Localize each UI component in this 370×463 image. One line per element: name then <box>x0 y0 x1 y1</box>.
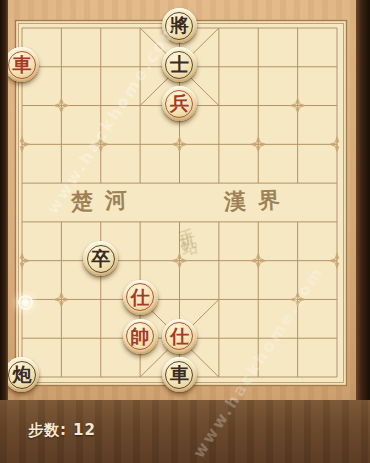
xiangqi-game-screen: 楚河 漢界 將車士兵卒仕帥仕車炮 步数:12 www.hackhome.com … <box>0 0 370 463</box>
piece-red-soldier[interactable]: 兵 <box>162 86 197 121</box>
status-bar: 步数:12 <box>0 400 370 463</box>
piece-black-chariot[interactable]: 車 <box>162 357 197 392</box>
piece-glyph: 帥 <box>131 327 150 346</box>
piece-glyph: 車 <box>12 55 31 74</box>
move-counter-label: 步数: <box>28 421 67 439</box>
piece-glyph: 車 <box>170 365 189 384</box>
piece-black-general[interactable]: 將 <box>162 8 197 43</box>
piece-glyph: 士 <box>170 55 189 74</box>
piece-glyph: 仕 <box>170 327 189 346</box>
piece-black-cannon[interactable]: 炮 <box>4 357 39 392</box>
piece-black-soldier[interactable]: 卒 <box>83 241 118 276</box>
piece-black-advisor[interactable]: 士 <box>162 47 197 82</box>
board-background: 楚河 漢界 將車士兵卒仕帥仕車炮 <box>0 0 370 400</box>
board-edge-left <box>0 0 8 400</box>
pieces-layer: 將車士兵卒仕帥仕車炮 <box>2 9 356 397</box>
piece-glyph: 炮 <box>12 365 31 384</box>
piece-glyph: 卒 <box>91 249 110 268</box>
move-hint-dot[interactable] <box>18 295 33 310</box>
piece-red-advisor-1[interactable]: 仕 <box>123 280 158 315</box>
piece-glyph: 仕 <box>131 288 150 307</box>
piece-glyph: 兵 <box>170 94 189 113</box>
board-edge-right <box>356 0 370 400</box>
move-counter-value: 12 <box>73 421 96 439</box>
piece-red-chariot[interactable]: 車 <box>4 47 39 82</box>
move-counter: 步数:12 <box>28 421 96 440</box>
piece-red-advisor-2[interactable]: 仕 <box>162 319 197 354</box>
piece-glyph: 將 <box>170 16 189 35</box>
piece-red-general[interactable]: 帥 <box>123 319 158 354</box>
